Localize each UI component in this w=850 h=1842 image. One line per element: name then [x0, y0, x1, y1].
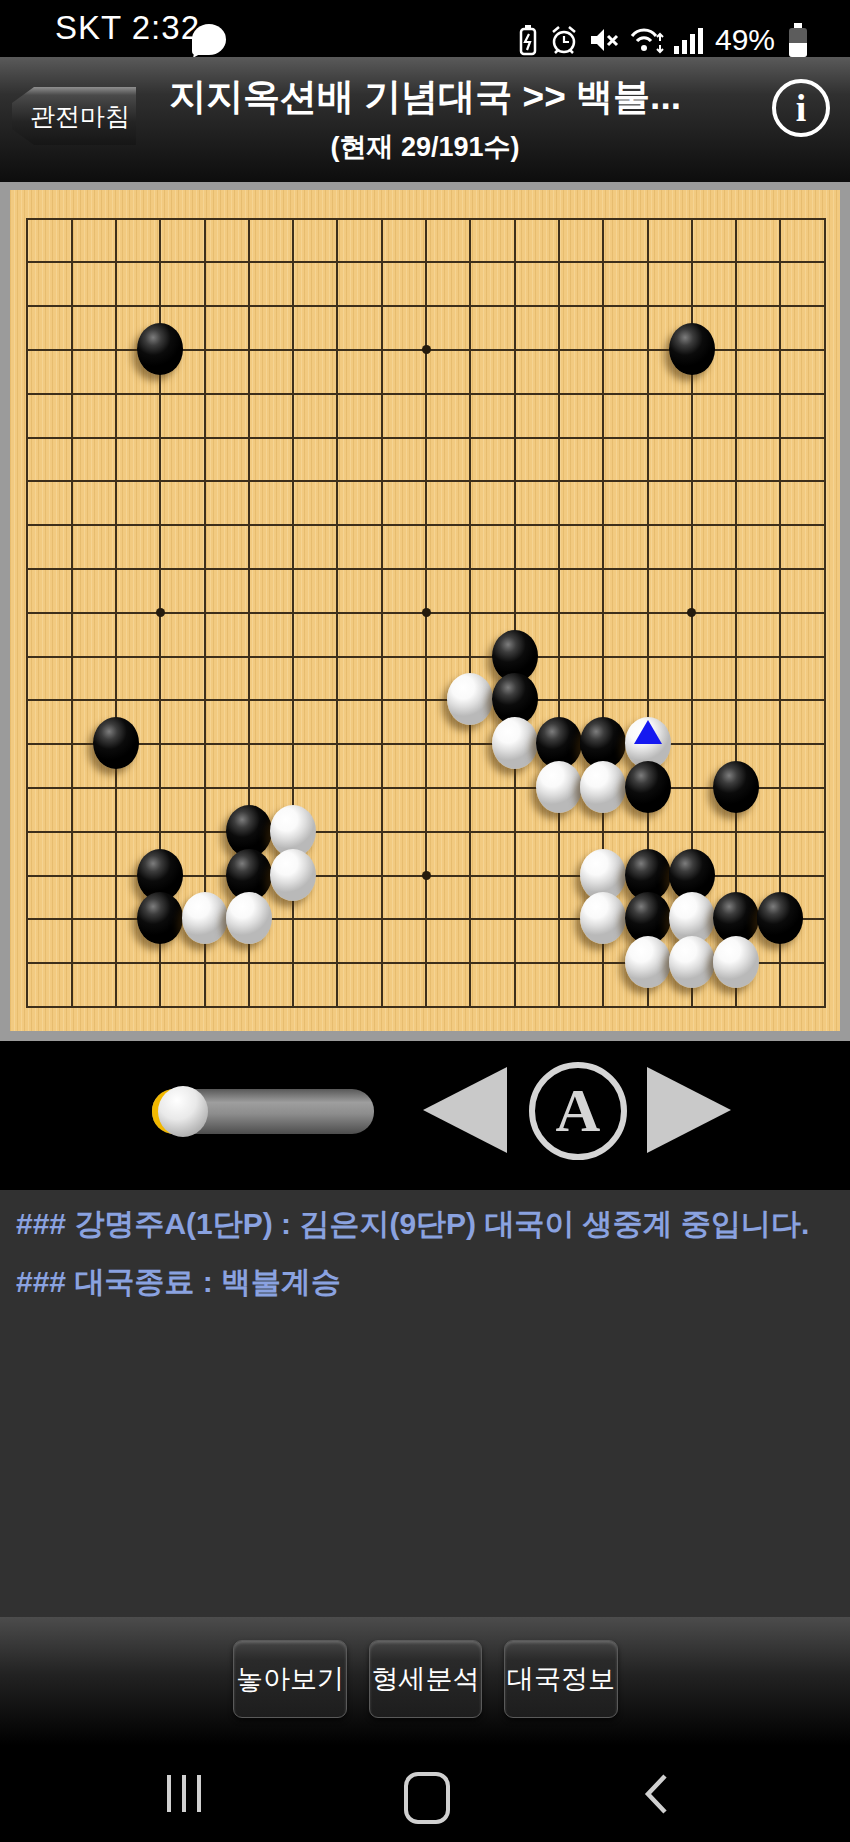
grid-line-vertical [824, 218, 826, 1008]
status-icons: 49% [516, 22, 810, 58]
go-stone-black [669, 323, 715, 375]
grid-line-horizontal [26, 699, 825, 701]
grid-line-horizontal [26, 743, 825, 745]
go-stone-black [137, 892, 183, 944]
go-stone-white [447, 673, 493, 725]
alarm-icon [549, 24, 579, 56]
go-stone-black [757, 892, 803, 944]
signal-bars-icon [674, 25, 704, 55]
header: 관전마침 지지옥션배 기념대국 >> 백불... (현재 29/191수) i [0, 57, 850, 182]
next-move-button[interactable] [647, 1067, 731, 1153]
auto-play-button[interactable]: A [529, 1062, 627, 1160]
status-bar: SKT 2:32 [0, 0, 850, 57]
star-point [687, 608, 696, 617]
go-stone-white [226, 892, 272, 944]
game-title: 지지옥션배 기념대국 >> 백불... [0, 72, 850, 122]
grid-line-vertical [558, 218, 560, 1008]
app-screen: SKT 2:32 [0, 0, 850, 1842]
go-stone-white [536, 761, 582, 813]
game-info-button[interactable]: 대국정보 [504, 1640, 618, 1718]
back-icon[interactable] [642, 1773, 672, 1815]
go-stone-white [713, 936, 759, 988]
go-stone-black [93, 717, 139, 769]
position-analysis-button[interactable]: 형세분석 [369, 1640, 482, 1718]
go-stone-white [270, 849, 316, 901]
go-stone-white [492, 717, 538, 769]
try-moves-button[interactable]: 놓아보기 [233, 1640, 347, 1718]
grid-line-horizontal [26, 831, 825, 833]
grid-line-horizontal [26, 1006, 825, 1008]
go-stone-black [137, 323, 183, 375]
battery-icon [786, 22, 810, 58]
playback-controls: A [0, 1041, 850, 1190]
grid-line-horizontal [26, 656, 825, 658]
navigation-bar [0, 1745, 850, 1842]
go-stone-white [580, 761, 626, 813]
grid-line-horizontal [26, 787, 825, 789]
recents-icon[interactable] [167, 1775, 201, 1812]
go-stone-white [625, 936, 671, 988]
bottom-toolbar: 놓아보기 형세분석 대국정보 [0, 1617, 850, 1745]
star-point [156, 608, 165, 617]
move-counter: (현재 29/191수) [0, 129, 850, 165]
star-point [422, 871, 431, 880]
go-stone-white [580, 892, 626, 944]
battery-percent: 49% [715, 23, 775, 57]
go-stone-black [625, 761, 671, 813]
home-icon[interactable] [404, 1772, 450, 1824]
grid-line-vertical [779, 218, 781, 1008]
wifi-icon [629, 25, 665, 55]
grid-line-vertical [735, 218, 737, 1008]
go-stone-white [669, 936, 715, 988]
board-surface[interactable] [10, 190, 840, 1031]
go-stone-white [182, 892, 228, 944]
chat-message: ### 강명주A(1단P) : 김은지(9단P) 대국이 생중계 중입니다. [16, 1204, 836, 1245]
info-icon[interactable]: i [772, 79, 830, 137]
star-point [422, 345, 431, 354]
chat-message: ### 대국종료 : 백불계승 [16, 1262, 836, 1303]
chat-area[interactable]: ### 강명주A(1단P) : 김은지(9단P) 대국이 생중계 중입니다. #… [0, 1190, 850, 1617]
go-stone-black [713, 761, 759, 813]
speech-bubble-icon [192, 24, 226, 55]
star-point [422, 608, 431, 617]
grid-line-vertical [469, 218, 471, 1008]
board-frame [0, 182, 850, 1041]
carrier-time: SKT 2:32 [55, 9, 200, 47]
last-move-marker [634, 720, 662, 744]
prev-move-button[interactable] [423, 1067, 507, 1153]
battery-saver-icon [516, 24, 540, 56]
mute-icon [588, 24, 620, 56]
move-slider-thumb[interactable] [158, 1086, 208, 1137]
grid-line-vertical [514, 218, 516, 1008]
